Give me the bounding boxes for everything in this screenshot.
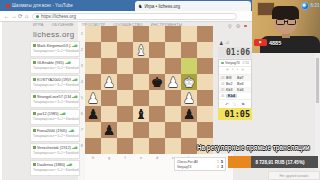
- tab2-favicon-knight-icon: ♞: [138, 4, 142, 9]
- square-a4[interactable]: [197, 74, 213, 90]
- online-dot-icon: [221, 62, 224, 65]
- square-e1[interactable]: [133, 26, 149, 42]
- file-coord-g: g: [101, 155, 117, 160]
- lobby-player-name: GLEnable (935): [37, 61, 64, 65]
- square-h5[interactable]: ♟: [85, 90, 101, 106]
- lobby-player-name: yar12 (1985): [37, 112, 59, 116]
- rank-coord-8: 8: [79, 138, 83, 154]
- browser-tab-youtube[interactable]: Шахматы для всех - YouTube: [3, 0, 133, 11]
- signal-bars-icon: ▂▄▆: [72, 78, 77, 81]
- lobby-player-name: Fiona2000 (1905): [37, 129, 67, 133]
- square-d2[interactable]: [149, 42, 165, 58]
- square-h8[interactable]: [85, 138, 101, 154]
- square-a2[interactable]: [197, 42, 213, 58]
- signal-bars-icon: ▂▄▆: [72, 95, 77, 98]
- square-h4[interactable]: [85, 74, 101, 90]
- square-g1[interactable]: [101, 26, 117, 42]
- crosstable-row[interactable]: Voryag7403: [175, 164, 225, 169]
- friends-online-text: Нет друзей онлайн: [279, 174, 308, 178]
- nav-item-1[interactable]: ОБУЧЕНИЕ: [51, 23, 73, 29]
- square-a5[interactable]: [197, 90, 213, 106]
- square-f7[interactable]: [117, 122, 133, 138]
- crosstable-total: 5: [221, 160, 223, 164]
- rated-dot-icon: [33, 95, 36, 98]
- lobby-entry[interactable]: Venechestok (1912)▂▄▆Товарищеская • 3+2 …: [30, 143, 80, 159]
- rated-dot-icon: [33, 163, 36, 166]
- lobby-game-details: Товарищеская • 3+2 • Standard: [33, 83, 77, 87]
- lobby-entry[interactable]: Fiona2000 (1905)▂▄▆Товарищеская • 3+2 • …: [30, 126, 80, 142]
- rank-coord-7: 7: [79, 122, 83, 138]
- white-move[interactable]: Kb4: [226, 94, 237, 98]
- square-f1[interactable]: [117, 26, 133, 42]
- rank-coord-2: 2: [79, 42, 83, 58]
- file-coord-e: e: [133, 155, 149, 160]
- square-g8[interactable]: [101, 138, 117, 154]
- white-pawn-g4: ♟: [103, 74, 115, 90]
- square-d7[interactable]: [149, 122, 165, 138]
- board-rank-coords: 12345678: [79, 26, 83, 154]
- square-b8[interactable]: [181, 138, 197, 154]
- white-pawn-h5: ♟: [87, 90, 99, 106]
- square-f6[interactable]: [117, 106, 133, 122]
- lobby-game-details: Товарищеская • 3+2 • Standard: [33, 49, 77, 53]
- lobby-entry[interactable]: GLEnable (935)▂▄▆Товарищеская • 3+2 • St…: [30, 58, 80, 74]
- square-f2[interactable]: [117, 42, 133, 58]
- square-e2[interactable]: ♝: [133, 42, 149, 58]
- stream-timer: 6:21: [311, 3, 320, 8]
- glasses-left-lens: [276, 19, 285, 25]
- square-a3[interactable]: [197, 58, 213, 74]
- donation-progress-bar: 8 728,91 RUB (17.45%): [228, 156, 318, 168]
- crosstable-player: Voryag74: [177, 165, 215, 169]
- signal-bars-icon: ▂▄▆: [72, 44, 77, 47]
- play-icon: ▶: [259, 41, 262, 45]
- action-icons: ↶♡⚑: [219, 99, 251, 108]
- square-d8[interactable]: [149, 138, 165, 154]
- page-left-margin: [0, 22, 2, 180]
- crosstable-row[interactable]: Chess-For-All15: [175, 159, 225, 164]
- rank-coord-3: 3: [79, 58, 83, 74]
- lobby-game-details: Товарищеская • 3+2 • Standard: [33, 100, 77, 104]
- lobby-player-name: Venechestok (1912): [37, 146, 71, 150]
- rank-coord-1: 1: [79, 26, 83, 42]
- friends-online-box: Нет друзей онлайн: [268, 171, 320, 180]
- donation-title: На регулярные прямые трансляции: [197, 144, 310, 151]
- black-pawn-b6: ♟: [183, 106, 195, 122]
- player-top-rating: 1724: [242, 61, 249, 65]
- lobby-entry[interactable]: StrangeLove57 (1341)▂▄▆Товарищеская • 3+…: [30, 92, 80, 108]
- square-a7[interactable]: [197, 122, 213, 138]
- square-h1[interactable]: [85, 26, 101, 42]
- donation-progress-text: 8 728,91 RUB (17.45%): [228, 160, 318, 165]
- white-move[interactable]: Kb3: [226, 88, 237, 92]
- youtube-badge-icon: ▶: [254, 39, 267, 46]
- material-value: +1: [225, 41, 229, 45]
- signal-bars-icon: ▂▄▆: [67, 163, 72, 166]
- chess-board: ♝♟♚♟♚♟♟♟♝♟♟: [85, 26, 213, 154]
- flag-icon[interactable]: ⚑: [241, 102, 245, 107]
- rated-dot-icon: [33, 44, 36, 47]
- square-a1[interactable]: [197, 26, 213, 42]
- header-icons: ⚲ ⚙: [228, 23, 247, 29]
- rated-dot-icon: [33, 112, 36, 115]
- square-e5[interactable]: [133, 90, 149, 106]
- square-b5[interactable]: ♟: [181, 90, 197, 106]
- square-f4[interactable]: [117, 74, 133, 90]
- tab2-title: Игра • lichess.org: [144, 4, 179, 9]
- rank-coord-4: 4: [79, 74, 83, 90]
- crosstable-result: 0: [217, 165, 219, 169]
- rank-coord-5: 5: [79, 90, 83, 106]
- rated-dot-icon: [33, 61, 36, 64]
- search-icon[interactable]: ⚲: [228, 23, 232, 29]
- lobby-game-details: Товарищеская • 3+2 • Standard: [33, 66, 77, 70]
- gear-icon[interactable]: ⚙: [236, 23, 240, 29]
- rated-dot-icon: [33, 146, 36, 149]
- home-icon[interactable]: ⌂: [25, 13, 28, 19]
- square-b2[interactable]: [181, 42, 197, 58]
- square-f5[interactable]: [117, 90, 133, 106]
- tab1-favicon: [6, 4, 10, 8]
- white-move[interactable]: Be2: [226, 82, 237, 86]
- lobby-game-details: Товарищеская • 3+2 • Standard: [33, 151, 77, 155]
- lobby-game-list: Mark-Kingsman53 (2120)▂▄▆Товарищеская • …: [30, 41, 80, 177]
- crosstable-total: 3: [221, 165, 223, 169]
- glasses-bridge: [285, 21, 287, 22]
- reload-icon[interactable]: ⟳: [18, 13, 23, 19]
- move-nav: «‹›»: [219, 67, 251, 75]
- square-d4[interactable]: ♚: [149, 74, 165, 90]
- square-c1[interactable]: [165, 26, 181, 42]
- crosstable-player: Chess-For-All: [177, 160, 215, 164]
- square-a6[interactable]: [197, 106, 213, 122]
- square-h2[interactable]: [85, 42, 101, 58]
- https-lock-icon: [36, 15, 39, 18]
- undo-icon[interactable]: ↶: [225, 102, 229, 107]
- square-e8[interactable]: [133, 138, 149, 154]
- nav-item-0[interactable]: ИГРА: [33, 23, 43, 29]
- square-g6[interactable]: [101, 106, 117, 122]
- square-h6[interactable]: ♟: [85, 106, 101, 122]
- player-top-row[interactable]: Voryag74 1724: [219, 60, 251, 67]
- lobby-entry[interactable]: KOSTYA2000 (1959)▂▄▆Товарищеская • 3+2 •…: [30, 75, 80, 91]
- square-d1[interactable]: [149, 26, 165, 42]
- square-f3[interactable]: [117, 58, 133, 74]
- last-move-icon[interactable]: »: [242, 68, 244, 73]
- square-d6[interactable]: [149, 106, 165, 122]
- square-g4[interactable]: ♟: [101, 74, 117, 90]
- square-c3[interactable]: [165, 58, 181, 74]
- signal-bars-icon: ▂▄▆: [65, 61, 70, 64]
- square-c8[interactable]: [165, 138, 181, 154]
- url-text: https://lichess.org: [41, 14, 76, 19]
- square-e6[interactable]: ♝: [133, 106, 149, 122]
- player-top-name: Voryag74: [225, 61, 241, 65]
- subscriber-count: 4885: [269, 40, 281, 46]
- lobby-player-name: StrangeLove57 (1341): [37, 95, 71, 99]
- lichess-logo[interactable]: lichess.org: [33, 30, 75, 39]
- notification-dot-icon: [244, 25, 247, 28]
- square-e7[interactable]: [133, 122, 149, 138]
- next-move-icon[interactable]: ›: [237, 68, 238, 73]
- square-c4[interactable]: ♟: [165, 74, 181, 90]
- scrollbar-thumb[interactable]: [316, 58, 319, 103]
- black-king-d4: ♚: [151, 74, 163, 90]
- lobby-player-name: Daulenso (1880): [37, 163, 65, 167]
- black-pawn-g7: ♟: [103, 122, 115, 138]
- square-g2[interactable]: [101, 42, 117, 58]
- bottom-player-clock-active: 01:05: [218, 108, 252, 120]
- rated-dot-icon: [33, 129, 36, 132]
- square-e3[interactable]: [133, 58, 149, 74]
- white-move[interactable]: Bf3: [226, 76, 237, 80]
- address-bar[interactable]: https://lichess.org: [32, 13, 237, 20]
- square-g7[interactable]: ♟: [101, 122, 117, 138]
- square-e4[interactable]: [133, 74, 149, 90]
- top-player-clock: 01:06: [218, 47, 252, 58]
- square-h3[interactable]: [85, 58, 101, 74]
- square-h7[interactable]: [85, 122, 101, 138]
- lobby-game-details: Товарищеская • 3+2 • Standard: [33, 117, 77, 121]
- move-list: 43Bf3Bd744Be2Be645Kb3Kd446Kb4: [219, 75, 251, 100]
- square-c2[interactable]: [165, 42, 181, 58]
- lobby-game-details: Товарищеская • 3+2 • Standard: [33, 168, 77, 172]
- white-pawn-c4: ♟: [167, 74, 179, 90]
- square-b4[interactable]: ♚: [181, 74, 197, 90]
- screenshot-root: Шахматы для всех - YouTube ♞ Игра • lich…: [0, 0, 320, 180]
- square-c5[interactable]: [165, 90, 181, 106]
- first-move-icon[interactable]: «: [226, 68, 228, 73]
- square-b3[interactable]: [181, 58, 197, 74]
- tab1-title: Шахматы для всех - YouTube: [12, 3, 73, 8]
- black-move[interactable]: Be6: [237, 82, 248, 86]
- lobby-entry[interactable]: Daulenso (1880)▂▄▆Товарищеская • 3+2 • S…: [30, 160, 80, 176]
- signal-bars-icon: ▂▄▆: [72, 146, 77, 149]
- lobby-entry[interactable]: Mark-Kingsman53 (2120)▂▄▆Товарищеская • …: [30, 41, 80, 57]
- rated-dot-icon: [33, 78, 36, 81]
- square-b1[interactable]: [181, 26, 197, 42]
- white-pawn-b5: ♟: [183, 90, 195, 106]
- thumbs-up-icon[interactable]: ♡: [233, 102, 237, 107]
- white-bishop-e2: ♝: [135, 42, 147, 58]
- square-b7[interactable]: [181, 122, 197, 138]
- crosstable: Chess-For-All15Voryag7403: [174, 157, 226, 171]
- black-move[interactable]: Kd4: [237, 88, 248, 92]
- back-icon[interactable]: ←: [4, 13, 10, 19]
- signal-bars-icon: ▂▄▆: [68, 129, 73, 132]
- lobby-entry[interactable]: yar12 (1985)▂▄▆Товарищеская • 3+2 • Stan…: [30, 109, 80, 125]
- square-g3[interactable]: [101, 58, 117, 74]
- square-d3[interactable]: [149, 58, 165, 74]
- black-move[interactable]: Bd7: [237, 76, 248, 80]
- square-g5[interactable]: [101, 90, 117, 106]
- rank-coord-6: 6: [79, 106, 83, 122]
- black-pawn-h6: ♟: [87, 106, 99, 122]
- square-b6[interactable]: ♟: [181, 106, 197, 122]
- square-f8[interactable]: [117, 138, 133, 154]
- streamer-webcam: ▶ 4885 6:21: [252, 0, 320, 53]
- square-d5[interactable]: [149, 90, 165, 106]
- file-coord-h: h: [85, 155, 101, 160]
- file-coord-f: f: [117, 155, 133, 160]
- lobby-player-name: KOSTYA2000 (1959): [37, 78, 71, 82]
- captured-pawn-icon: ♟: [219, 40, 223, 46]
- glasses-right-lens: [287, 19, 296, 25]
- signal-bars-icon: ▂▄▆: [60, 112, 65, 115]
- material-advantage: ♟ +1: [219, 40, 229, 46]
- lobby-player-name: Mark-Kingsman53 (2120): [37, 44, 71, 48]
- streamer-hair: [272, 6, 299, 19]
- square-c7[interactable]: [165, 122, 181, 138]
- square-c6[interactable]: [165, 106, 181, 122]
- lobby-game-details: Товарищеская • 3+2 • Standard: [33, 134, 77, 138]
- file-coord-d: d: [149, 155, 165, 160]
- white-king-b4: ♚: [183, 74, 195, 90]
- forward-icon[interactable]: →: [11, 13, 17, 19]
- prev-move-icon[interactable]: ‹: [232, 68, 233, 73]
- black-bishop-e6: ♝: [135, 106, 147, 122]
- crosstable-result: 1: [217, 160, 219, 164]
- stream-timer-icon: [301, 2, 309, 10]
